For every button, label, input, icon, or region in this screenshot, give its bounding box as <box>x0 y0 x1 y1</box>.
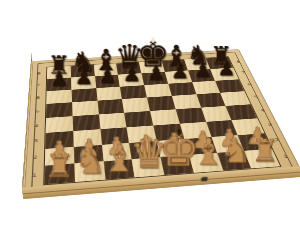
square-b5 <box>72 100 99 115</box>
square-d6 <box>120 85 147 99</box>
square-c5 <box>97 99 124 114</box>
latch-icon <box>201 176 207 181</box>
rank-labels-left-6: 6 <box>33 91 41 104</box>
square-g7: ♟ <box>188 69 216 82</box>
square-e6 <box>144 83 171 97</box>
square-c4 <box>98 112 126 128</box>
square-a4 <box>46 116 73 133</box>
square-d1: ♛ <box>132 157 165 177</box>
piece-black-pawn-a7: ♟ <box>50 68 69 89</box>
chess-set-photo: ♜♞♝♛♚♝♞♜♟♟♟♟♟♟♟♟♟♟♟♟♟♟♟♟♜♞♝♛♚♝♞♜ abcdefg… <box>0 0 300 225</box>
square-b4 <box>72 114 100 130</box>
rank-labels-left-7: 7 <box>34 79 42 92</box>
square-a7: ♟ <box>47 77 72 91</box>
scene: ♜♞♝♛♚♝♞♜♟♟♟♟♟♟♟♟♟♟♟♟♟♟♟♟♜♞♝♛♚♝♞♜ abcdefg… <box>0 0 300 225</box>
piece-white-knight-g1: ♞ <box>221 133 252 167</box>
piece-black-pawn-c7: ♟ <box>99 65 118 86</box>
square-c7: ♟ <box>95 74 120 87</box>
rank-labels-left-3: 3 <box>31 133 40 150</box>
square-d7: ♟ <box>118 73 144 86</box>
square-h7: ♟ <box>210 67 238 80</box>
chess-board: ♜♞♝♛♚♝♞♜♟♟♟♟♟♟♟♟♟♟♟♟♟♟♟♟♜♞♝♛♚♝♞♜ abcdefg… <box>23 49 300 199</box>
square-d4 <box>124 111 153 127</box>
piece-white-rook-h1: ♜ <box>252 135 279 166</box>
piece-white-rook-a1: ♜ <box>46 149 74 181</box>
rank-labels-right-6: 6 <box>243 78 256 91</box>
piece-white-knight-b1: ♞ <box>74 144 105 179</box>
rank-labels-left: 12345678 <box>29 67 43 185</box>
square-d5 <box>122 97 150 112</box>
square-h6 <box>215 79 244 93</box>
rank-labels-right-4: 4 <box>255 103 270 117</box>
piece-black-pawn-g7: ♟ <box>194 60 212 80</box>
piece-black-pawn-d7: ♟ <box>123 64 141 85</box>
square-f7: ♟ <box>165 70 192 83</box>
piece-black-pawn-h7: ♟ <box>217 58 235 78</box>
rank-labels-right-7: 7 <box>237 67 250 79</box>
piece-white-queen-d1: ♛ <box>131 133 168 175</box>
square-c6 <box>96 86 122 100</box>
piece-white-bishop-c1: ♝ <box>103 139 136 176</box>
square-h5 <box>220 91 250 106</box>
square-h4 <box>226 104 257 120</box>
square-a5 <box>46 102 72 117</box>
square-e7: ♟ <box>141 71 168 84</box>
rank-labels-left-1: 1 <box>29 166 39 185</box>
rank-labels-left-5: 5 <box>33 104 42 118</box>
rank-labels-left-4: 4 <box>32 118 41 133</box>
square-c1: ♝ <box>103 159 135 179</box>
square-a1: ♜ <box>44 163 74 184</box>
square-f4 <box>175 107 205 123</box>
rank-labels-left-2: 2 <box>30 149 40 167</box>
square-a6 <box>46 89 71 104</box>
piece-black-pawn-f7: ♟ <box>170 61 188 81</box>
piece-black-pawn-b7: ♟ <box>74 67 93 88</box>
rank-labels-right-5: 5 <box>249 90 263 103</box>
piece-black-pawn-e7: ♟ <box>147 62 165 83</box>
square-b7: ♟ <box>71 76 96 90</box>
rank-labels-left-8: 8 <box>35 67 43 79</box>
square-b6 <box>71 88 97 102</box>
square-b1: ♞ <box>74 161 105 181</box>
